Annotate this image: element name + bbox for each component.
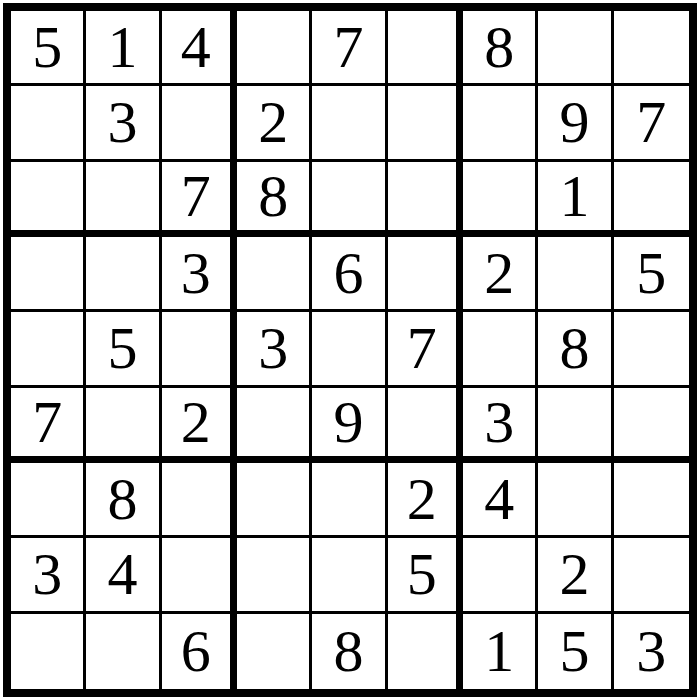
cell-r1c4[interactable] (237, 11, 312, 86)
cell-r4c7[interactable]: 2 (463, 237, 538, 312)
cell-r6c8[interactable] (538, 388, 613, 463)
cell-r2c9[interactable]: 7 (614, 86, 689, 161)
cell-r2c2[interactable]: 3 (86, 86, 161, 161)
cell-r7c1[interactable] (11, 463, 86, 538)
cell-r9c1[interactable] (11, 614, 86, 689)
cell-r6c4[interactable] (237, 388, 312, 463)
cell-r6c7[interactable]: 3 (463, 388, 538, 463)
cell-r9c4[interactable] (237, 614, 312, 689)
cell-r9c3[interactable]: 6 (162, 614, 237, 689)
cell-r1c8[interactable] (538, 11, 613, 86)
cell-r3c6[interactable] (388, 162, 463, 237)
cell-r5c9[interactable] (614, 312, 689, 387)
cell-r7c5[interactable] (312, 463, 387, 538)
cell-r5c5[interactable] (312, 312, 387, 387)
cell-r3c1[interactable] (11, 162, 86, 237)
cell-r4c8[interactable] (538, 237, 613, 312)
cell-r8c2[interactable]: 4 (86, 538, 161, 613)
cell-r7c6[interactable]: 2 (388, 463, 463, 538)
cell-r5c8[interactable]: 8 (538, 312, 613, 387)
cell-r3c3[interactable]: 7 (162, 162, 237, 237)
cell-r5c3[interactable] (162, 312, 237, 387)
cell-r2c8[interactable]: 9 (538, 86, 613, 161)
cell-r7c3[interactable] (162, 463, 237, 538)
cell-r7c8[interactable] (538, 463, 613, 538)
sudoku-page: 5 1 4 7 8 3 2 9 7 7 8 1 3 6 2 5 (0, 0, 700, 700)
cell-r1c3[interactable]: 4 (162, 11, 237, 86)
cell-r1c1[interactable]: 5 (11, 11, 86, 86)
cell-r3c8[interactable]: 1 (538, 162, 613, 237)
cell-r3c2[interactable] (86, 162, 161, 237)
cell-r6c1[interactable]: 7 (11, 388, 86, 463)
cell-r8c4[interactable] (237, 538, 312, 613)
cell-r3c7[interactable] (463, 162, 538, 237)
cell-r4c2[interactable] (86, 237, 161, 312)
cell-r8c9[interactable] (614, 538, 689, 613)
cell-r6c9[interactable] (614, 388, 689, 463)
cell-r8c5[interactable] (312, 538, 387, 613)
cell-r3c9[interactable] (614, 162, 689, 237)
cell-r6c5[interactable]: 9 (312, 388, 387, 463)
cell-r4c4[interactable] (237, 237, 312, 312)
cell-r5c2[interactable]: 5 (86, 312, 161, 387)
cell-r9c6[interactable] (388, 614, 463, 689)
cell-r1c5[interactable]: 7 (312, 11, 387, 86)
cell-r1c9[interactable] (614, 11, 689, 86)
cell-r7c7[interactable]: 4 (463, 463, 538, 538)
cell-r4c9[interactable]: 5 (614, 237, 689, 312)
cell-r4c1[interactable] (11, 237, 86, 312)
cell-r1c6[interactable] (388, 11, 463, 86)
cell-r4c6[interactable] (388, 237, 463, 312)
cell-r5c1[interactable] (11, 312, 86, 387)
cell-r2c5[interactable] (312, 86, 387, 161)
cell-r6c2[interactable] (86, 388, 161, 463)
cell-r9c2[interactable] (86, 614, 161, 689)
cell-r9c8[interactable]: 5 (538, 614, 613, 689)
cell-r7c4[interactable] (237, 463, 312, 538)
cell-r9c9[interactable]: 3 (614, 614, 689, 689)
cell-r8c7[interactable] (463, 538, 538, 613)
cell-r3c5[interactable] (312, 162, 387, 237)
cell-r8c3[interactable] (162, 538, 237, 613)
cell-r2c1[interactable] (11, 86, 86, 161)
cell-r5c7[interactable] (463, 312, 538, 387)
cell-r8c8[interactable]: 2 (538, 538, 613, 613)
cell-r1c7[interactable]: 8 (463, 11, 538, 86)
cell-r6c3[interactable]: 2 (162, 388, 237, 463)
cell-r7c2[interactable]: 8 (86, 463, 161, 538)
cell-r2c6[interactable] (388, 86, 463, 161)
cell-r1c2[interactable]: 1 (86, 11, 161, 86)
cell-r5c6[interactable]: 7 (388, 312, 463, 387)
cell-r8c6[interactable]: 5 (388, 538, 463, 613)
cell-r7c9[interactable] (614, 463, 689, 538)
cell-r5c4[interactable]: 3 (237, 312, 312, 387)
cell-r3c4[interactable]: 8 (237, 162, 312, 237)
cell-r9c7[interactable]: 1 (463, 614, 538, 689)
cell-r4c5[interactable]: 6 (312, 237, 387, 312)
cell-r4c3[interactable]: 3 (162, 237, 237, 312)
cell-r6c6[interactable] (388, 388, 463, 463)
cell-r2c4[interactable]: 2 (237, 86, 312, 161)
cell-r9c5[interactable]: 8 (312, 614, 387, 689)
cell-r8c1[interactable]: 3 (11, 538, 86, 613)
sudoku-board: 5 1 4 7 8 3 2 9 7 7 8 1 3 6 2 5 (3, 3, 697, 697)
cell-r2c7[interactable] (463, 86, 538, 161)
cell-r2c3[interactable] (162, 86, 237, 161)
